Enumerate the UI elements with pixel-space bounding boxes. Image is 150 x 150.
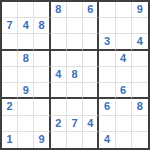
- cell-r7c9-given[interactable]: 8: [132, 99, 148, 115]
- cell-r2c4[interactable]: [51, 18, 67, 34]
- cell-r8c8[interactable]: [116, 116, 132, 132]
- cell-r7c3[interactable]: [34, 99, 50, 115]
- cell-r5c5-given[interactable]: 8: [67, 67, 83, 83]
- cell-r1c6-given[interactable]: 6: [83, 2, 99, 18]
- cell-r9c2[interactable]: [18, 132, 34, 148]
- cell-r9c5[interactable]: [67, 132, 83, 148]
- cell-r7c1-given[interactable]: 2: [2, 99, 18, 115]
- cell-r1c1[interactable]: [2, 2, 18, 18]
- cell-r8c6-given[interactable]: 4: [83, 116, 99, 132]
- cell-r7c7-given[interactable]: 6: [99, 99, 115, 115]
- cell-r3c5[interactable]: [67, 34, 83, 50]
- cell-r8c7[interactable]: [99, 116, 115, 132]
- cell-r1c9-given[interactable]: 9: [132, 2, 148, 18]
- cell-r3c9-given[interactable]: 4: [132, 34, 148, 50]
- cell-r3c2[interactable]: [18, 34, 34, 50]
- cell-r2c5[interactable]: [67, 18, 83, 34]
- cell-r1c5[interactable]: [67, 2, 83, 18]
- cell-r5c8[interactable]: [116, 67, 132, 83]
- cell-r4c6[interactable]: [83, 51, 99, 67]
- cell-r6c3[interactable]: [34, 83, 50, 99]
- cell-r3c6[interactable]: [83, 34, 99, 50]
- cell-r9c7-given[interactable]: 4: [99, 132, 115, 148]
- cell-r5c7[interactable]: [99, 67, 115, 83]
- cell-r1c4-given[interactable]: 8: [51, 2, 67, 18]
- cell-r9c6[interactable]: [83, 132, 99, 148]
- cell-r3c1[interactable]: [2, 34, 18, 50]
- cell-r5c2[interactable]: [18, 67, 34, 83]
- cell-r8c2[interactable]: [18, 116, 34, 132]
- cell-r4c8-given[interactable]: 4: [116, 51, 132, 67]
- cell-r6c4[interactable]: [51, 83, 67, 99]
- cell-r3c7-given[interactable]: 3: [99, 34, 115, 50]
- cell-r6c6[interactable]: [83, 83, 99, 99]
- cell-r1c8[interactable]: [116, 2, 132, 18]
- cell-r2c7[interactable]: [99, 18, 115, 34]
- cell-r2c2-given[interactable]: 4: [18, 18, 34, 34]
- cell-r4c2-given[interactable]: 8: [18, 51, 34, 67]
- cell-r2c8[interactable]: [116, 18, 132, 34]
- cell-r8c3[interactable]: [34, 116, 50, 132]
- cell-r5c9[interactable]: [132, 67, 148, 83]
- cell-r2c9[interactable]: [132, 18, 148, 34]
- cell-r4c5[interactable]: [67, 51, 83, 67]
- cell-r5c1[interactable]: [2, 67, 18, 83]
- cell-r8c9[interactable]: [132, 116, 148, 132]
- cell-r4c4[interactable]: [51, 51, 67, 67]
- cell-r4c3[interactable]: [34, 51, 50, 67]
- cell-r2c1-given[interactable]: 7: [2, 18, 18, 34]
- cell-r8c4-given[interactable]: 2: [51, 116, 67, 132]
- cell-r4c7[interactable]: [99, 51, 115, 67]
- cell-r3c4[interactable]: [51, 34, 67, 50]
- cell-r1c3[interactable]: [34, 2, 50, 18]
- cell-r4c1[interactable]: [2, 51, 18, 67]
- cell-r1c7[interactable]: [99, 2, 115, 18]
- cell-r1c2[interactable]: [18, 2, 34, 18]
- cell-r7c8[interactable]: [116, 99, 132, 115]
- cell-r7c4[interactable]: [51, 99, 67, 115]
- cell-r5c6[interactable]: [83, 67, 99, 83]
- cell-r3c3[interactable]: [34, 34, 50, 50]
- cell-r4c9[interactable]: [132, 51, 148, 67]
- sudoku-board: 86974834844896268274194: [0, 0, 150, 150]
- cell-r7c6[interactable]: [83, 99, 99, 115]
- cell-r5c4-given[interactable]: 4: [51, 67, 67, 83]
- cell-r2c3-given[interactable]: 8: [34, 18, 50, 34]
- cell-r6c7[interactable]: [99, 83, 115, 99]
- cell-r8c1[interactable]: [2, 116, 18, 132]
- cell-r9c8[interactable]: [116, 132, 132, 148]
- cell-r6c5[interactable]: [67, 83, 83, 99]
- cell-r6c9[interactable]: [132, 83, 148, 99]
- cell-r6c1[interactable]: [2, 83, 18, 99]
- cell-r8c5-given[interactable]: 7: [67, 116, 83, 132]
- cell-r9c3-given[interactable]: 9: [34, 132, 50, 148]
- cell-r9c4[interactable]: [51, 132, 67, 148]
- cell-r9c9[interactable]: [132, 132, 148, 148]
- cell-r6c2-given[interactable]: 9: [18, 83, 34, 99]
- cell-r2c6[interactable]: [83, 18, 99, 34]
- cell-r5c3[interactable]: [34, 67, 50, 83]
- cell-r7c2[interactable]: [18, 99, 34, 115]
- cell-r3c8[interactable]: [116, 34, 132, 50]
- cell-r7c5[interactable]: [67, 99, 83, 115]
- cell-r9c1-given[interactable]: 1: [2, 132, 18, 148]
- cell-r6c8-given[interactable]: 6: [116, 83, 132, 99]
